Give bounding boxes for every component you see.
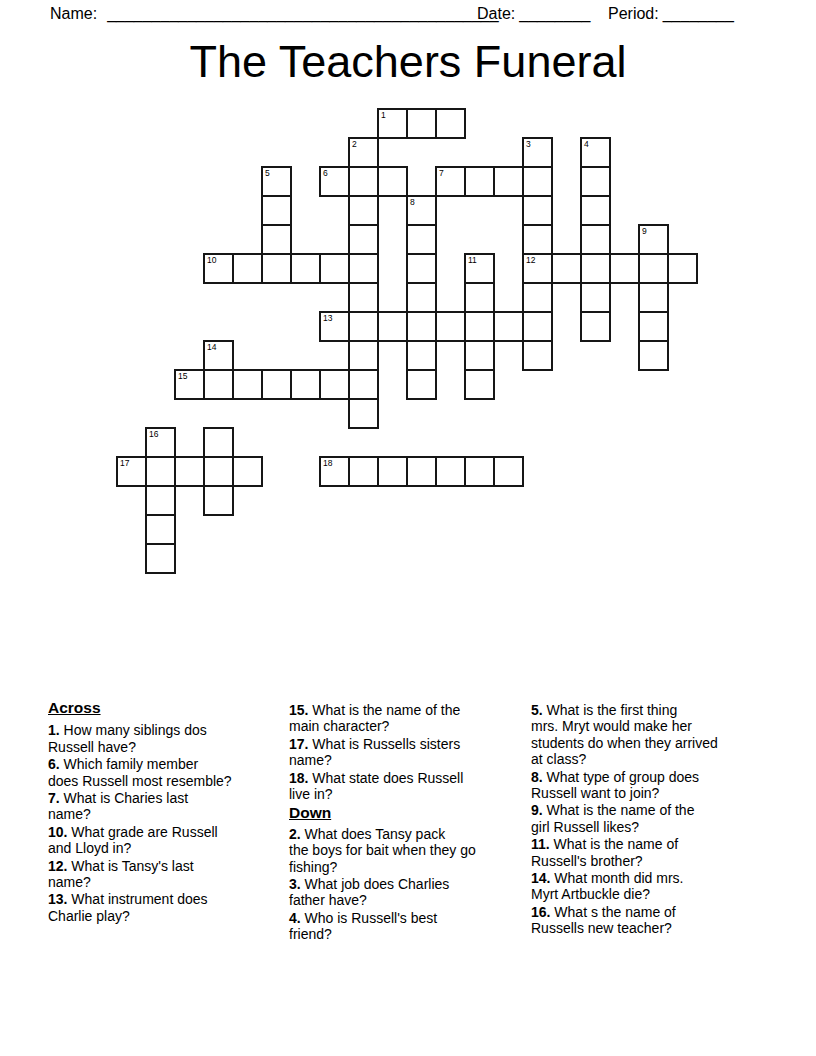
grid-cell[interactable]: 9 <box>638 224 669 255</box>
clue-number: 7. <box>48 790 60 806</box>
grid-cell[interactable]: 13 <box>319 311 350 342</box>
grid-cell[interactable] <box>348 253 379 284</box>
period-blank-line: ________ <box>663 5 734 22</box>
clue-number: 10. <box>48 824 67 840</box>
clue-5: 5. What is the first thing mrs. Mryt wou… <box>531 702 771 768</box>
clue-3: 3. What job does Charlies father have? <box>289 876 529 909</box>
grid-cell[interactable] <box>261 224 292 255</box>
grid-cell[interactable] <box>348 340 379 371</box>
grid-cell[interactable] <box>319 369 350 400</box>
clue-14: 14. What month did mrs. Myrt Artbuckle d… <box>531 870 771 903</box>
grid-cell[interactable] <box>406 253 437 284</box>
grid-cell[interactable] <box>638 311 669 342</box>
grid-cell[interactable] <box>580 195 611 226</box>
grid-cell[interactable] <box>580 166 611 197</box>
grid-cell[interactable] <box>464 282 495 313</box>
grid-cell[interactable] <box>638 253 669 284</box>
grid-cell[interactable] <box>638 282 669 313</box>
grid-cell[interactable] <box>406 456 437 487</box>
grid-cell[interactable] <box>406 311 437 342</box>
grid-cell[interactable] <box>203 369 234 400</box>
across-heading: Across <box>48 700 288 716</box>
clue-column-3: 5. What is the first thing mrs. Mryt wou… <box>531 702 771 938</box>
grid-cell[interactable]: 18 <box>319 456 350 487</box>
grid-cell[interactable] <box>377 456 408 487</box>
clue-column-1: Across1. How many siblings dos Russell h… <box>48 700 288 925</box>
grid-cell[interactable] <box>435 311 466 342</box>
grid-cell[interactable] <box>203 427 234 458</box>
clue-number: 16. <box>531 904 550 920</box>
grid-cell[interactable] <box>261 195 292 226</box>
cell-number: 9 <box>642 226 647 236</box>
clue-7: 7. What is Charies last name? <box>48 790 288 823</box>
grid-cell[interactable]: 1 <box>377 108 408 139</box>
cell-number: 2 <box>352 139 357 149</box>
grid-cell[interactable]: 3 <box>522 137 553 168</box>
clue-number: 3. <box>289 876 301 892</box>
cell-number: 4 <box>584 139 589 149</box>
grid-cell[interactable] <box>464 340 495 371</box>
grid-cell[interactable] <box>145 514 176 545</box>
clue-6: 6. Which family member does Russell most… <box>48 756 288 789</box>
cell-number: 12 <box>526 255 535 265</box>
clue-number: 15. <box>289 702 308 718</box>
grid-cell[interactable] <box>348 195 379 226</box>
cell-number: 1 <box>381 110 386 120</box>
grid-cell[interactable]: 10 <box>203 253 234 284</box>
grid-cell[interactable] <box>348 398 379 429</box>
grid-cell[interactable] <box>580 311 611 342</box>
clue-2: 2. What does Tansy pack the boys for bai… <box>289 826 529 875</box>
grid-cell[interactable] <box>638 340 669 371</box>
clue-9: 9. What is the name of the girl Russell … <box>531 802 771 835</box>
clue-13: 13. What instrument does Charlie play? <box>48 891 288 924</box>
grid-cell[interactable]: 14 <box>203 340 234 371</box>
clue-17: 17. What is Russells sisters name? <box>289 736 529 769</box>
cell-number: 13 <box>323 313 332 323</box>
grid-cell[interactable] <box>348 311 379 342</box>
grid-cell[interactable] <box>145 485 176 516</box>
grid-cell[interactable] <box>377 311 408 342</box>
date-blank-line: ________ <box>519 5 590 22</box>
grid-cell[interactable] <box>464 166 495 197</box>
clue-number: 9. <box>531 802 543 818</box>
grid-cell[interactable] <box>290 253 321 284</box>
down-heading: Down <box>289 805 529 821</box>
grid-cell[interactable] <box>522 224 553 255</box>
grid-cell[interactable] <box>522 311 553 342</box>
clue-number: 13. <box>48 891 67 907</box>
clue-16: 16. What s the name of Russells new teac… <box>531 904 771 937</box>
grid-cell[interactable] <box>377 166 408 197</box>
grid-cell[interactable] <box>348 166 379 197</box>
cell-number: 7 <box>439 168 444 178</box>
clue-number: 17. <box>289 736 308 752</box>
grid-cell[interactable]: 2 <box>348 137 379 168</box>
grid-cell[interactable] <box>464 369 495 400</box>
grid-cell[interactable] <box>203 485 234 516</box>
grid-cell[interactable] <box>348 369 379 400</box>
clue-15: 15. What is the name of the main charact… <box>289 702 529 735</box>
grid-cell[interactable] <box>580 224 611 255</box>
grid-cell[interactable] <box>290 369 321 400</box>
cell-number: 11 <box>468 255 477 265</box>
clue-11: 11. What is the name of Russell's brothe… <box>531 836 771 869</box>
grid-cell[interactable]: 5 <box>261 166 292 197</box>
grid-cell[interactable] <box>406 340 437 371</box>
period-label: Period: <box>608 5 659 22</box>
date-field: Date:________ <box>477 5 590 23</box>
grid-cell[interactable] <box>232 456 263 487</box>
name-label: Name: <box>50 5 97 22</box>
grid-cell[interactable] <box>203 456 234 487</box>
grid-cell[interactable] <box>464 311 495 342</box>
grid-cell[interactable] <box>348 282 379 313</box>
grid-cell[interactable]: 6 <box>319 166 350 197</box>
grid-cell[interactable] <box>522 166 553 197</box>
grid-cell[interactable] <box>435 108 466 139</box>
clue-12: 12. What is Tansy's last name? <box>48 858 288 891</box>
clue-number: 1. <box>48 722 60 738</box>
clue-1: 1. How many siblings dos Russell have? <box>48 722 288 755</box>
grid-cell[interactable] <box>232 253 263 284</box>
grid-cell[interactable] <box>261 253 292 284</box>
grid-cell[interactable] <box>348 456 379 487</box>
clue-number: 12. <box>48 858 67 874</box>
grid-cell[interactable] <box>406 282 437 313</box>
clue-column-2: 15. What is the name of the main charact… <box>289 702 529 944</box>
cell-number: 3 <box>526 139 531 149</box>
clue-4: 4. Who is Russell's best friend? <box>289 910 529 943</box>
grid-cell[interactable] <box>493 456 524 487</box>
clue-number: 18. <box>289 770 308 786</box>
clue-number: 2. <box>289 826 301 842</box>
grid-cell[interactable]: 17 <box>116 456 147 487</box>
grid-cell[interactable] <box>551 253 582 284</box>
cell-number: 5 <box>265 168 270 178</box>
clue-number: 5. <box>531 702 543 718</box>
clue-8: 8. What type of group does Russell want … <box>531 769 771 802</box>
grid-cell[interactable] <box>145 456 176 487</box>
grid-cell[interactable] <box>667 253 698 284</box>
grid-cell[interactable] <box>406 369 437 400</box>
date-label: Date: <box>477 5 515 22</box>
grid-cell[interactable] <box>406 224 437 255</box>
grid-cell[interactable] <box>435 456 466 487</box>
grid-cell[interactable] <box>522 340 553 371</box>
grid-cell[interactable] <box>493 311 524 342</box>
grid-cell[interactable] <box>145 543 176 574</box>
cell-number: 8 <box>410 197 415 207</box>
grid-cell[interactable]: 16 <box>145 427 176 458</box>
grid-cell[interactable] <box>609 253 640 284</box>
cell-number: 16 <box>149 429 158 439</box>
grid-cell[interactable] <box>348 224 379 255</box>
grid-cell[interactable] <box>522 282 553 313</box>
grid-cell[interactable]: 11 <box>464 253 495 284</box>
grid-cell[interactable] <box>464 456 495 487</box>
grid-cell[interactable]: 4 <box>580 137 611 168</box>
grid-cell[interactable]: 12 <box>522 253 553 284</box>
grid-cell[interactable] <box>319 253 350 284</box>
grid-cell[interactable] <box>261 369 292 400</box>
grid-cell[interactable] <box>232 369 263 400</box>
clue-number: 11. <box>531 836 550 852</box>
grid-cell[interactable] <box>174 456 205 487</box>
worksheet-page: Name:___________________________________… <box>0 0 816 1056</box>
grid-cell[interactable] <box>580 282 611 313</box>
name-blank-line: ________________________________________… <box>107 5 499 22</box>
clue-18: 18. What state does Russell live in? <box>289 770 529 803</box>
crossword-grid: 123456789101112131415161718 <box>117 109 699 575</box>
period-field: Period:________ <box>608 5 734 23</box>
grid-cell[interactable] <box>406 108 437 139</box>
cell-number: 10 <box>207 255 216 265</box>
cell-number: 14 <box>207 342 216 352</box>
clue-number: 8. <box>531 769 543 785</box>
clue-number: 6. <box>48 756 60 772</box>
cell-number: 17 <box>120 458 129 468</box>
cell-number: 6 <box>323 168 328 178</box>
grid-cell[interactable] <box>580 253 611 284</box>
grid-cell[interactable] <box>522 195 553 226</box>
clue-number: 14. <box>531 870 550 886</box>
puzzle-title: The Teachers Funeral <box>0 36 816 88</box>
cell-number: 15 <box>178 371 187 381</box>
clue-number: 4. <box>289 910 301 926</box>
name-field: Name:___________________________________… <box>50 5 499 23</box>
grid-cell[interactable]: 8 <box>406 195 437 226</box>
clue-10: 10. What grade are Russell and Lloyd in? <box>48 824 288 857</box>
grid-cell[interactable]: 7 <box>435 166 466 197</box>
cell-number: 18 <box>323 458 332 468</box>
grid-cell[interactable]: 15 <box>174 369 205 400</box>
grid-cell[interactable] <box>493 166 524 197</box>
